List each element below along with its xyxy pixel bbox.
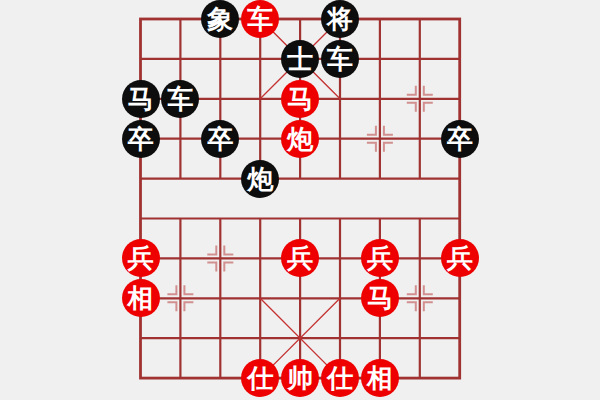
piece-black-pawn[interactable]: 卒 <box>201 120 239 158</box>
piece-red-elephant[interactable]: 相 <box>122 279 160 317</box>
piece-black-chariot[interactable]: 车 <box>161 80 199 118</box>
piece-red-horse[interactable]: 马 <box>361 279 399 317</box>
piece-red-pawn[interactable]: 兵 <box>122 239 160 277</box>
piece-black-pawn[interactable]: 卒 <box>122 120 160 158</box>
piece-red-advisor[interactable]: 仕 <box>241 359 279 397</box>
piece-red-pawn[interactable]: 兵 <box>441 239 479 277</box>
piece-red-pawn[interactable]: 兵 <box>281 239 319 277</box>
piece-red-general[interactable]: 帅 <box>281 359 319 397</box>
piece-red-elephant[interactable]: 相 <box>361 359 399 397</box>
piece-black-chariot[interactable]: 车 <box>321 40 359 78</box>
piece-black-cannon[interactable]: 炮 <box>241 160 279 198</box>
piece-red-horse[interactable]: 马 <box>281 80 319 118</box>
piece-red-chariot[interactable]: 车 <box>241 0 279 38</box>
piece-black-horse[interactable]: 马 <box>122 80 160 118</box>
piece-red-pawn[interactable]: 兵 <box>361 239 399 277</box>
xiangqi-diagram: 象车将士车马车马卒卒炮卒炮兵兵兵兵相马仕帅仕相 <box>0 0 600 400</box>
piece-red-advisor[interactable]: 仕 <box>321 359 359 397</box>
piece-black-advisor[interactable]: 士 <box>281 40 319 78</box>
pieces-layer: 象车将士车马车马卒卒炮卒炮兵兵兵兵相马仕帅仕相 <box>0 0 600 400</box>
piece-black-elephant[interactable]: 象 <box>201 0 239 38</box>
piece-red-cannon[interactable]: 炮 <box>281 120 319 158</box>
piece-black-general[interactable]: 将 <box>321 0 359 38</box>
piece-black-pawn[interactable]: 卒 <box>441 120 479 158</box>
